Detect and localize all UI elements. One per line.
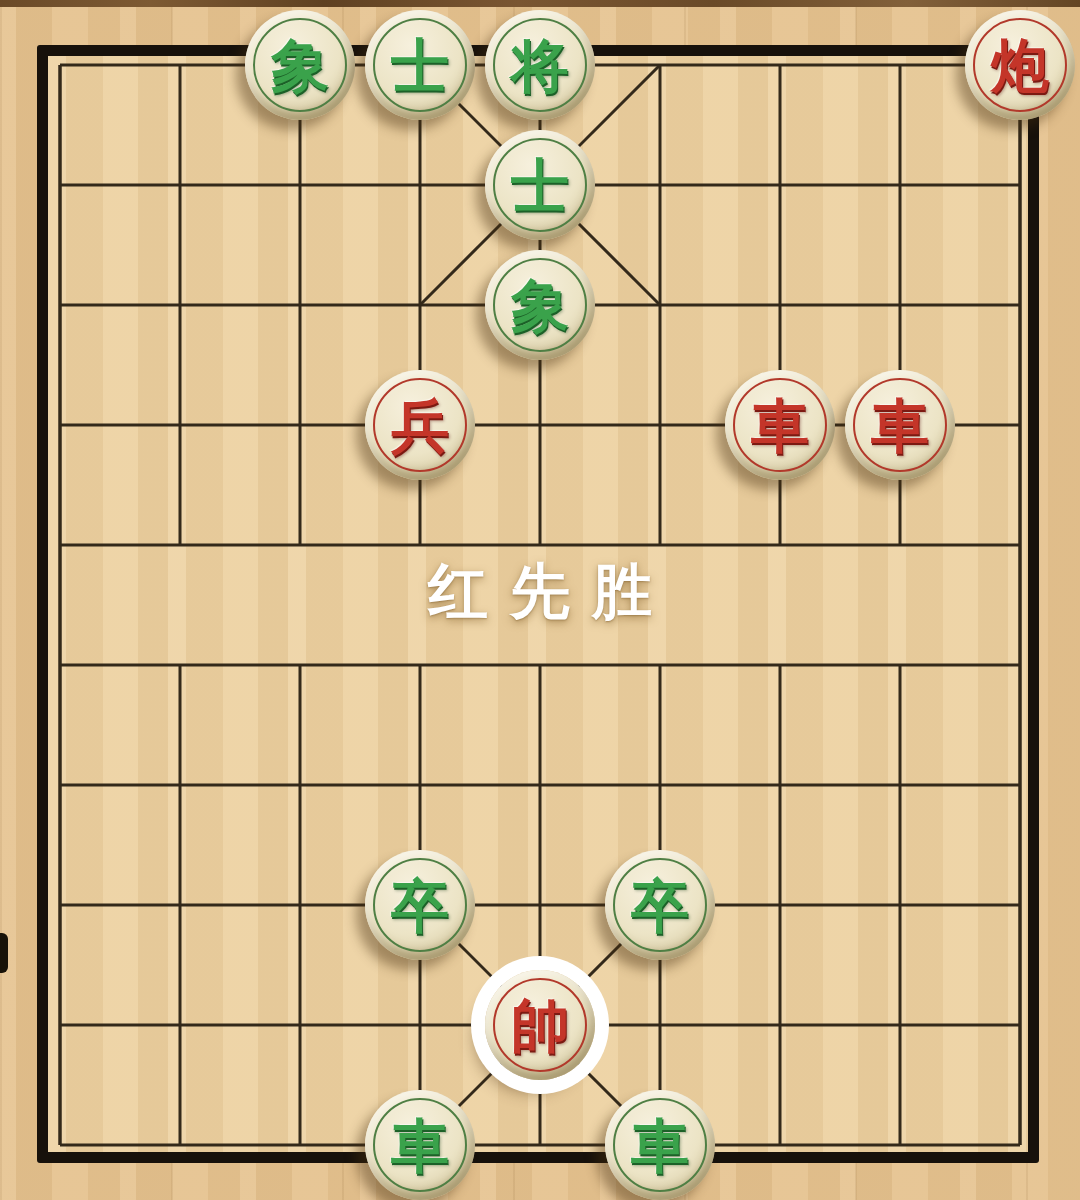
piece-red-chariot[interactable]: 車	[725, 370, 835, 480]
piece-red-general[interactable]: 帥	[485, 970, 595, 1080]
piece-green-general[interactable]: 将	[485, 10, 595, 120]
piece-glyph: 車	[751, 397, 809, 455]
piece-glyph: 兵	[391, 397, 449, 455]
piece-red-cannon[interactable]: 炮	[965, 10, 1075, 120]
screen-edge-artifact	[0, 933, 8, 973]
piece-red-chariot[interactable]: 車	[845, 370, 955, 480]
piece-green-chariot[interactable]: 車	[365, 1090, 475, 1200]
piece-green-soldier[interactable]: 卒	[605, 850, 715, 960]
piece-green-elephant[interactable]: 象	[245, 10, 355, 120]
piece-red-soldier[interactable]: 兵	[365, 370, 475, 480]
piece-glyph: 象	[271, 37, 329, 95]
piece-glyph: 士	[391, 37, 449, 95]
piece-glyph: 帥	[511, 997, 569, 1055]
piece-green-chariot[interactable]: 車	[605, 1090, 715, 1200]
piece-glyph: 炮	[991, 37, 1049, 95]
piece-green-advisor[interactable]: 士	[365, 10, 475, 120]
piece-glyph: 車	[871, 397, 929, 455]
piece-glyph: 士	[511, 157, 569, 215]
app-screen: 红先胜 象士将炮士象兵車車卒卒帥車車	[0, 0, 1080, 1200]
pieces-layer: 象士将炮士象兵車車卒卒帥車車	[0, 0, 1080, 1200]
piece-glyph: 将	[511, 37, 569, 95]
piece-green-soldier[interactable]: 卒	[365, 850, 475, 960]
piece-glyph: 卒	[631, 877, 689, 935]
piece-glyph: 車	[391, 1117, 449, 1175]
piece-glyph: 車	[631, 1117, 689, 1175]
piece-green-advisor[interactable]: 士	[485, 130, 595, 240]
piece-glyph: 卒	[391, 877, 449, 935]
piece-green-elephant[interactable]: 象	[485, 250, 595, 360]
piece-glyph: 象	[511, 277, 569, 335]
